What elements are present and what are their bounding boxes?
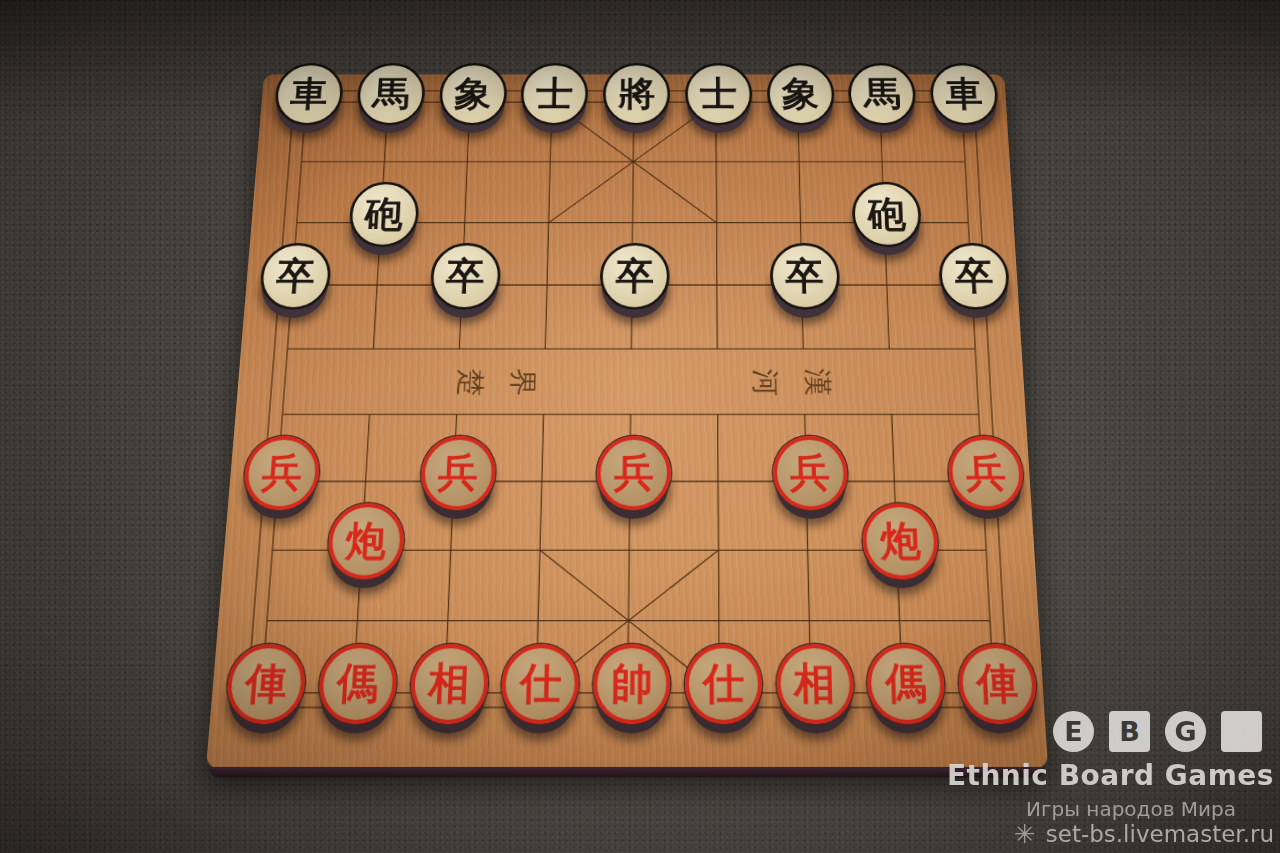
piece-red-soldier[interactable]: 兵	[596, 436, 671, 510]
piece-black-advisor[interactable]: 士	[685, 63, 752, 125]
board-scene: 楚 界 河 漢 車馬象士將士象馬車砲砲卒卒卒卒卒兵兵兵兵兵炮炮俥傌相仕帥仕相傌俥	[206, 20, 1048, 768]
watermark: E B G Ethnic Board Games Игры народов Ми…	[947, 711, 1274, 849]
logo-tile-b: B	[1109, 711, 1150, 752]
brand-text: Ethnic Board Games	[947, 759, 1274, 792]
piece-black-elephant[interactable]: 象	[766, 63, 834, 125]
piece-red-soldier[interactable]: 兵	[772, 436, 848, 510]
piece-black-horse[interactable]: 馬	[848, 63, 917, 125]
piece-black-soldier[interactable]: 卒	[769, 243, 840, 310]
piece-red-advisor[interactable]: 仕	[685, 644, 762, 724]
logo-tile-e: E	[1053, 711, 1094, 752]
xiangqi-board[interactable]: 楚 界 河 漢 車馬象士將士象馬車砲砲卒卒卒卒卒兵兵兵兵兵炮炮俥傌相仕帥仕相傌俥	[206, 74, 1048, 768]
url-text: set-bs.livemaster.ru	[1046, 821, 1274, 847]
piece-black-general[interactable]: 將	[603, 63, 671, 125]
url-row: ✳ set-bs.livemaster.ru	[947, 819, 1274, 849]
tagline-text: Игры народов Мира	[947, 797, 1236, 821]
snowflake-icon: ✳	[1014, 819, 1036, 849]
piece-red-general[interactable]: 帥	[593, 644, 671, 724]
ebg-logo: E B G	[947, 711, 1262, 752]
logo-tile-g: G	[1165, 711, 1206, 752]
logo-tile-blank	[1221, 711, 1262, 752]
piece-black-soldier[interactable]: 卒	[599, 243, 669, 310]
piece-red-elephant[interactable]: 相	[776, 644, 855, 724]
